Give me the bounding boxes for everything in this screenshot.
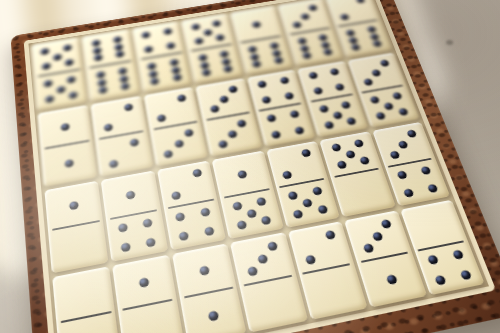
- pip: [293, 210, 304, 220]
- pip: [427, 184, 439, 193]
- pip: [175, 212, 186, 222]
- pip: [389, 151, 400, 160]
- pip: [177, 94, 187, 102]
- pip: [363, 78, 373, 86]
- pip: [266, 114, 276, 122]
- pip: [279, 76, 289, 84]
- pip: [146, 238, 157, 248]
- pip: [120, 75, 129, 83]
- pip: [332, 111, 343, 119]
- pip: [94, 54, 103, 62]
- pip: [150, 78, 159, 86]
- pip: [248, 45, 258, 53]
- pip: [93, 47, 102, 55]
- pip: [143, 218, 154, 228]
- pip: [228, 85, 238, 93]
- pip: [366, 26, 376, 33]
- domino-tile-1-1: [37, 105, 97, 187]
- pip: [126, 190, 136, 200]
- pip: [346, 117, 357, 126]
- pip: [237, 169, 248, 178]
- pip: [96, 71, 105, 79]
- pip: [247, 266, 258, 277]
- pip: [212, 20, 221, 27]
- pip: [91, 39, 100, 46]
- pip: [317, 205, 328, 215]
- pip: [262, 96, 272, 104]
- pip: [257, 80, 267, 88]
- pip: [385, 274, 397, 285]
- pip: [219, 95, 229, 103]
- pip: [318, 105, 328, 113]
- pip: [252, 21, 261, 28]
- pip: [45, 95, 54, 103]
- pip: [324, 230, 336, 240]
- pip: [300, 13, 310, 20]
- pip: [120, 243, 131, 253]
- pip: [271, 131, 281, 140]
- pip: [223, 65, 233, 73]
- pip: [42, 63, 51, 71]
- pip: [98, 86, 107, 94]
- pip: [171, 66, 180, 74]
- pip: [348, 36, 358, 43]
- domino-tile-0-0: [52, 266, 121, 333]
- pip: [300, 148, 311, 157]
- pip: [69, 200, 79, 210]
- pip: [210, 105, 220, 113]
- pip: [372, 40, 382, 47]
- pip: [171, 191, 181, 201]
- pip: [371, 231, 383, 241]
- pip: [232, 201, 243, 211]
- pip: [284, 92, 294, 100]
- domino-tile-6-6: [82, 29, 140, 101]
- pip: [164, 150, 174, 159]
- pip: [194, 38, 203, 45]
- pip: [302, 198, 313, 208]
- pip: [117, 223, 127, 233]
- pip: [53, 53, 62, 61]
- pip: [313, 87, 323, 95]
- pip: [63, 44, 72, 52]
- pip: [305, 255, 317, 265]
- pip: [267, 241, 278, 251]
- pip: [371, 69, 381, 77]
- pip: [369, 96, 380, 104]
- domino-tile-2-2: [91, 96, 153, 177]
- pip: [257, 253, 268, 263]
- pip: [375, 112, 386, 120]
- pip: [318, 34, 328, 41]
- pip: [459, 270, 472, 281]
- pip: [41, 47, 50, 55]
- pip: [44, 79, 53, 87]
- pip: [124, 103, 134, 111]
- pip: [250, 53, 260, 61]
- pip: [340, 14, 350, 21]
- pip: [345, 29, 355, 36]
- pip: [383, 102, 394, 110]
- pip: [174, 139, 184, 148]
- pip: [362, 243, 374, 253]
- pip: [227, 130, 237, 139]
- pip: [269, 42, 279, 50]
- pip: [434, 275, 446, 286]
- pip: [324, 121, 335, 130]
- photo-dominoes-in-case: [0, 0, 500, 333]
- pip: [292, 22, 302, 29]
- pip: [406, 129, 417, 138]
- pip: [321, 41, 331, 48]
- pip: [330, 68, 340, 76]
- pip: [427, 254, 439, 264]
- pip: [113, 36, 122, 43]
- table-speck: [446, 40, 453, 45]
- pip: [336, 161, 347, 170]
- pip: [355, 0, 365, 3]
- pip: [308, 71, 318, 79]
- pip: [222, 58, 232, 66]
- pip: [56, 85, 65, 93]
- pip: [359, 156, 370, 165]
- pip: [60, 122, 69, 131]
- pip: [149, 70, 158, 78]
- pip: [191, 23, 200, 30]
- pip: [330, 143, 341, 152]
- pip: [64, 159, 74, 168]
- pip: [341, 101, 351, 109]
- pip: [302, 52, 312, 60]
- pip: [121, 83, 130, 91]
- domino-tile-5-5: [31, 37, 87, 110]
- pip: [118, 67, 127, 75]
- pip: [246, 208, 257, 218]
- pip: [282, 171, 293, 180]
- pip: [271, 49, 281, 57]
- pip: [166, 42, 175, 50]
- pip: [200, 61, 210, 69]
- pip: [287, 191, 298, 201]
- pip: [451, 249, 463, 259]
- domino-tile-1-0: [44, 181, 108, 274]
- pip: [203, 29, 212, 36]
- pip: [67, 76, 76, 84]
- pip: [335, 83, 345, 91]
- pip: [380, 219, 392, 229]
- pip: [130, 138, 140, 147]
- pip: [163, 28, 172, 35]
- pip: [115, 43, 124, 51]
- pip: [68, 91, 77, 99]
- pip: [289, 110, 299, 118]
- pip: [237, 119, 247, 128]
- pip: [323, 48, 333, 56]
- pip: [198, 54, 207, 62]
- pip: [179, 231, 190, 241]
- pip: [109, 160, 119, 169]
- pip: [65, 59, 74, 67]
- pip: [379, 59, 389, 67]
- pip: [351, 44, 361, 52]
- pip: [308, 4, 318, 11]
- pip: [97, 78, 106, 86]
- pip: [144, 46, 153, 54]
- pip: [220, 50, 230, 58]
- pip: [216, 34, 225, 41]
- pip: [198, 265, 209, 276]
- pip: [201, 69, 211, 77]
- pip: [184, 128, 194, 137]
- pip: [157, 114, 167, 122]
- pip: [398, 140, 409, 149]
- pip: [311, 186, 322, 195]
- pip: [192, 168, 202, 177]
- pip: [391, 92, 402, 100]
- pip: [103, 124, 113, 133]
- pip: [256, 196, 267, 206]
- pip: [141, 31, 150, 38]
- pip: [236, 220, 247, 230]
- pip: [169, 58, 178, 66]
- pip: [252, 60, 262, 68]
- pip: [139, 277, 150, 288]
- pip: [218, 140, 228, 149]
- pip: [116, 50, 125, 58]
- pip: [345, 150, 356, 159]
- pip: [147, 62, 156, 70]
- pip: [398, 108, 409, 116]
- pip: [420, 166, 431, 175]
- pip: [403, 189, 415, 199]
- pip: [261, 216, 272, 226]
- pip: [204, 227, 215, 237]
- pip: [274, 57, 284, 65]
- pip: [353, 139, 364, 148]
- pip: [294, 127, 305, 136]
- pip: [200, 207, 211, 217]
- domino-tile-1-4: [101, 170, 168, 261]
- pip: [173, 74, 183, 82]
- pip: [396, 170, 407, 179]
- pip: [297, 37, 307, 44]
- pip: [369, 33, 379, 40]
- pip: [207, 310, 219, 321]
- pip: [299, 45, 309, 53]
